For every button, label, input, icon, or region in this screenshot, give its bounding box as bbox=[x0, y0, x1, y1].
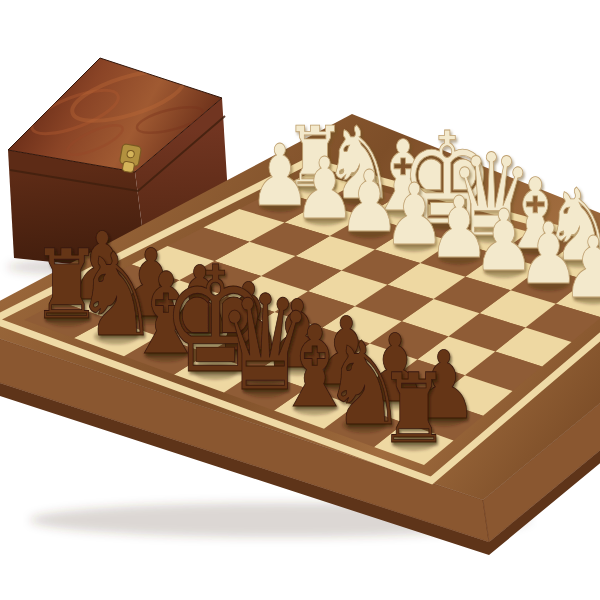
chess-set-photo: ♜♞♟♝♟♚♟♛♟♝♟♞♟♜♟♟♟♟♜♟♞♟♝♟♚♟♛♟♝♟♞♜ bbox=[0, 0, 600, 600]
svg-text:♜: ♜ bbox=[379, 352, 450, 465]
svg-text:♟: ♟ bbox=[562, 218, 600, 316]
piece-black-rook-a8[interactable]: ♜ bbox=[379, 352, 450, 465]
chess-set-scene: ♜♞♟♝♟♚♟♛♟♝♟♞♟♜♟♟♟♟♜♟♞♟♝♟♚♟♛♟♝♟♞♜ bbox=[0, 0, 600, 600]
piece-white-pawn-a2[interactable]: ♟ bbox=[562, 218, 600, 316]
